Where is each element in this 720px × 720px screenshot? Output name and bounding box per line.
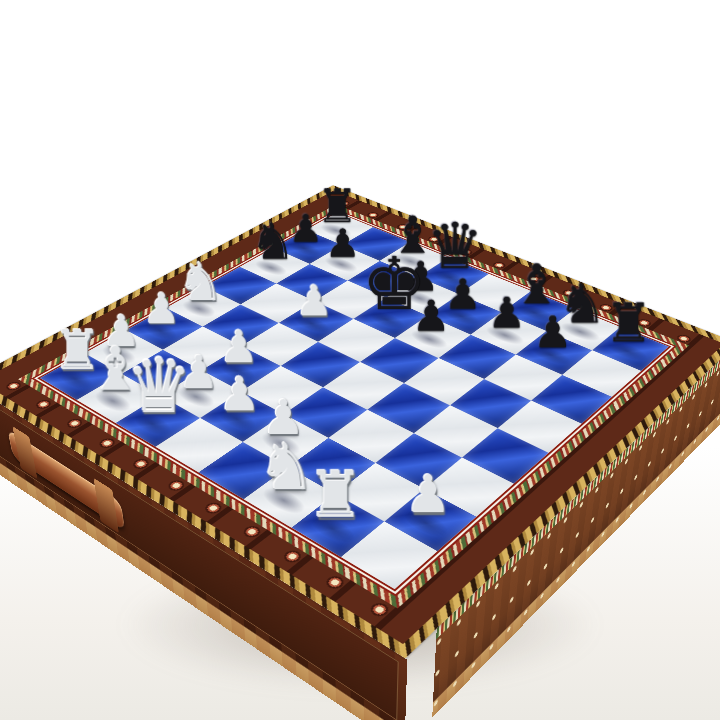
- piece-black-knight-a6[interactable]: ♞: [248, 219, 298, 265]
- piece-black-rook-h8[interactable]: ♜: [602, 299, 657, 348]
- piece-silver-pawn-h2[interactable]: ♟: [395, 471, 461, 519]
- chess-set-scene: ♜♝♛♝♞♜♟♟♟♟♟♟♞♚♟♟♞♟♟♟♟♟♟♟♜♝♛♞♜: [0, 0, 720, 720]
- piece-silver-pawn-c5[interactable]: ♟: [287, 282, 340, 321]
- piece-black-pawn-b7[interactable]: ♟: [318, 226, 368, 262]
- piece-silver-queen-c1[interactable]: ♛: [125, 352, 185, 421]
- piece-black-pawn-e6[interactable]: ♟: [404, 297, 458, 336]
- piece-silver-rook-g1[interactable]: ♜: [302, 466, 368, 525]
- chess-box: ♜♝♛♝♞♜♟♟♟♟♟♟♞♚♟♟♞♟♟♟♟♟♟♟♜♝♛♞♜: [0, 185, 720, 658]
- piece-black-pawn-g7[interactable]: ♟: [525, 312, 580, 352]
